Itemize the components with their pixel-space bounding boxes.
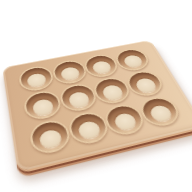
muffin-cup (114, 48, 150, 71)
muffin-cup (68, 111, 109, 145)
muffin-cup (139, 96, 182, 127)
cup-grid (2, 40, 192, 172)
muffin-cup (25, 91, 62, 121)
muffin-cup (20, 66, 54, 92)
muffin-cup-bottom (26, 72, 47, 88)
muffin-cup-bottom (38, 128, 63, 150)
muffin-cup (60, 84, 98, 113)
muffin-cup-bottom (91, 60, 113, 75)
muffin-cup-bottom (134, 77, 158, 94)
product-photo (0, 0, 192, 192)
muffin-cup-bottom (59, 66, 81, 82)
muffin-cup-bottom (101, 84, 125, 101)
muffin-pan-wrap (2, 40, 192, 172)
muffin-cup-bottom (122, 54, 144, 69)
muffin-cup (104, 104, 146, 136)
muffin-cup (31, 120, 71, 155)
muffin-cup (84, 54, 119, 78)
muffin-cup-bottom (67, 91, 91, 109)
muffin-cup (126, 71, 165, 98)
muffin-cup-bottom (32, 98, 55, 117)
muffin-cup-bottom (148, 104, 175, 123)
muffin-cup-bottom (76, 120, 102, 141)
muffin-cup (93, 77, 131, 105)
muffin-pan (2, 40, 192, 172)
muffin-cup (52, 60, 87, 85)
muffin-cup-bottom (113, 112, 139, 132)
